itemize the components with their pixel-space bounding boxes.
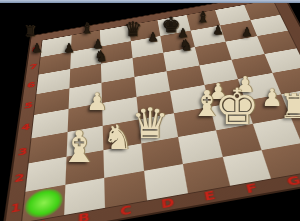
window-top-strip (0, 0, 300, 3)
black-pawn-d7[interactable]: ♟ (148, 31, 159, 43)
rank-label-3: 3 (15, 144, 31, 158)
black-queen-d8[interactable]: ♛ (124, 19, 142, 39)
white-queen-c2[interactable]: ♛ (131, 103, 169, 145)
black-knight-c6[interactable]: ♞ (94, 49, 107, 64)
chess-app-window: ABCDEFGH12345678 ♝♝♚♟♜♛♟♟♟♟♞♟♟♞♟♟♟♟♝♜♚♛♞… (0, 0, 300, 221)
rank-label-1: 1 (7, 199, 25, 215)
black-rook-a8[interactable]: ♜ (23, 24, 36, 39)
black-pawn-g7[interactable]: ♟ (242, 26, 253, 38)
black-pawn-f7[interactable]: ♟ (213, 24, 224, 36)
black-knight-f6[interactable]: ♞ (179, 38, 192, 53)
black-bishop-c8[interactable]: ♝ (80, 21, 93, 36)
square-b1[interactable] (64, 177, 105, 215)
square-e1[interactable] (183, 157, 230, 194)
rank-label-2: 2 (11, 170, 28, 185)
white-bishop-a1[interactable]: ♝ (59, 125, 98, 169)
black-pawn-b7[interactable]: ♟ (64, 42, 75, 54)
black-bishop-f8[interactable]: ♝ (196, 10, 209, 25)
black-pawn-a7[interactable]: ♟ (32, 42, 43, 54)
white-king-e1[interactable]: ♚ (215, 82, 260, 132)
square-d1[interactable] (143, 164, 188, 201)
white-knight-b1[interactable]: ♞ (103, 120, 133, 154)
square-f1[interactable] (222, 150, 271, 186)
white-pawn-b3[interactable]: ♟ (86, 90, 108, 114)
square-a1[interactable] (22, 184, 65, 221)
square-g1[interactable] (261, 143, 300, 179)
white-rook-g1[interactable]: ♜ (279, 89, 300, 123)
square-c1[interactable] (104, 171, 146, 208)
